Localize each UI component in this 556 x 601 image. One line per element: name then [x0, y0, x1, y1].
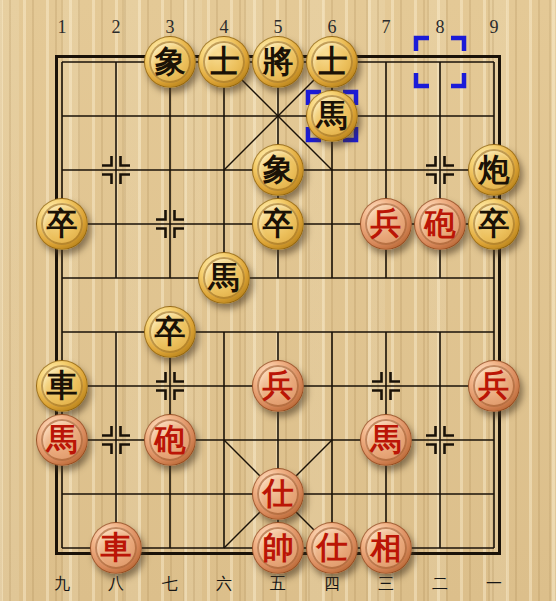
piece-red-general[interactable]: 帥: [252, 522, 304, 574]
black-elephant-glyph: 象: [263, 154, 294, 185]
piece-face: 士: [311, 41, 353, 83]
file-label-bottom-8: 二: [413, 574, 467, 596]
piece-face: 車: [95, 527, 137, 569]
piece-face: 炮: [473, 149, 515, 191]
piece-face: 士: [203, 41, 245, 83]
piece-red-horse[interactable]: 馬: [36, 414, 88, 466]
file-label-bottom-3: 七: [143, 574, 197, 596]
piece-face: 馬: [41, 419, 83, 461]
file-label-bottom-5: 五: [251, 574, 305, 596]
piece-red-horse[interactable]: 馬: [360, 414, 412, 466]
black-cannon-glyph: 炮: [479, 154, 510, 185]
file-label-bottom-2: 八: [89, 574, 143, 596]
piece-face: 砲: [149, 419, 191, 461]
black-soldier-glyph: 卒: [155, 316, 186, 347]
black-soldier-glyph: 卒: [479, 208, 510, 239]
red-general-glyph: 帥: [263, 532, 294, 563]
piece-red-elephant[interactable]: 相: [360, 522, 412, 574]
red-soldier-glyph: 兵: [371, 208, 402, 239]
black-advisor-glyph: 士: [209, 46, 240, 77]
piece-face: 兵: [365, 203, 407, 245]
red-cannon-glyph: 砲: [155, 424, 186, 455]
red-horse-glyph: 馬: [47, 424, 78, 455]
black-elephant-glyph: 象: [155, 46, 186, 77]
piece-red-advisor[interactable]: 仕: [252, 468, 304, 520]
file-label-bottom-9: 一: [467, 574, 521, 596]
black-soldier-glyph: 卒: [47, 208, 78, 239]
red-soldier-glyph: 兵: [479, 370, 510, 401]
red-soldier-glyph: 兵: [263, 370, 294, 401]
piece-black-horse[interactable]: 馬: [198, 252, 250, 304]
piece-face: 卒: [149, 311, 191, 353]
piece-red-soldier[interactable]: 兵: [360, 198, 412, 250]
file-label-top-9: 9: [467, 17, 521, 39]
piece-black-elephant[interactable]: 象: [252, 144, 304, 196]
piece-red-advisor[interactable]: 仕: [306, 522, 358, 574]
piece-face: 馬: [311, 95, 353, 137]
piece-red-chariot[interactable]: 車: [90, 522, 142, 574]
red-cannon-glyph: 砲: [425, 208, 456, 239]
piece-red-soldier[interactable]: 兵: [468, 360, 520, 412]
file-label-bottom-4: 六: [197, 574, 251, 596]
piece-face: 砲: [419, 203, 461, 245]
piece-face: 馬: [365, 419, 407, 461]
piece-face: 象: [149, 41, 191, 83]
piece-black-cannon[interactable]: 炮: [468, 144, 520, 196]
file-label-top-8: 8: [413, 17, 467, 39]
black-soldier-glyph: 卒: [263, 208, 294, 239]
black-general-glyph: 將: [263, 46, 294, 77]
file-label-bottom-7: 三: [359, 574, 413, 596]
piece-face: 帥: [257, 527, 299, 569]
red-horse-glyph: 馬: [371, 424, 402, 455]
piece-face: 兵: [473, 365, 515, 407]
red-advisor-glyph: 仕: [263, 478, 294, 509]
piece-black-soldier[interactable]: 卒: [144, 306, 196, 358]
piece-black-advisor[interactable]: 士: [306, 36, 358, 88]
piece-black-elephant[interactable]: 象: [144, 36, 196, 88]
piece-black-advisor[interactable]: 士: [198, 36, 250, 88]
xiangqi-board: 123456789 九八七六五四三二一 象士將士馬象炮卒卒兵砲卒馬卒車兵兵馬砲馬…: [0, 0, 556, 601]
piece-face: 象: [257, 149, 299, 191]
red-elephant-glyph: 相: [371, 532, 402, 563]
black-advisor-glyph: 士: [317, 46, 348, 77]
piece-face: 車: [41, 365, 83, 407]
piece-red-soldier[interactable]: 兵: [252, 360, 304, 412]
piece-black-general[interactable]: 將: [252, 36, 304, 88]
piece-face: 兵: [257, 365, 299, 407]
piece-face: 卒: [41, 203, 83, 245]
piece-black-chariot[interactable]: 車: [36, 360, 88, 412]
piece-face: 馬: [203, 257, 245, 299]
red-chariot-glyph: 車: [101, 532, 132, 563]
piece-face: 仕: [311, 527, 353, 569]
black-horse-glyph: 馬: [209, 262, 240, 293]
piece-black-horse[interactable]: 馬: [306, 90, 358, 142]
piece-black-soldier[interactable]: 卒: [468, 198, 520, 250]
black-horse-glyph: 馬: [317, 100, 348, 131]
piece-face: 卒: [473, 203, 515, 245]
piece-black-soldier[interactable]: 卒: [252, 198, 304, 250]
file-label-bottom-1: 九: [35, 574, 89, 596]
piece-face: 卒: [257, 203, 299, 245]
file-label-top-7: 7: [359, 17, 413, 39]
piece-black-soldier[interactable]: 卒: [36, 198, 88, 250]
piece-red-cannon[interactable]: 砲: [144, 414, 196, 466]
black-chariot-glyph: 車: [47, 370, 78, 401]
file-label-top-2: 2: [89, 17, 143, 39]
piece-face: 將: [257, 41, 299, 83]
red-advisor-glyph: 仕: [317, 532, 348, 563]
piece-red-cannon[interactable]: 砲: [414, 198, 466, 250]
file-label-top-1: 1: [35, 17, 89, 39]
piece-face: 相: [365, 527, 407, 569]
piece-face: 仕: [257, 473, 299, 515]
file-label-bottom-6: 四: [305, 574, 359, 596]
